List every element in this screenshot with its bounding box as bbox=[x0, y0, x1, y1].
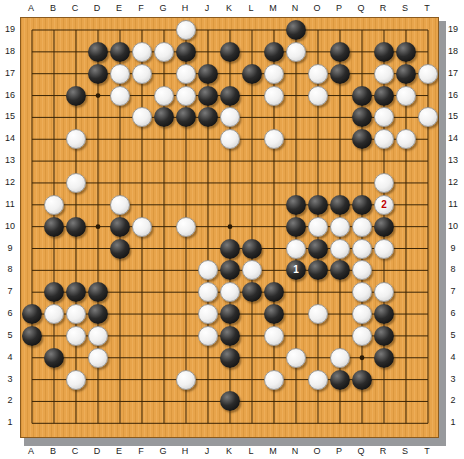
col-label-bottom-R: R bbox=[380, 447, 387, 456]
move-number-1: 1 bbox=[293, 265, 299, 275]
black-stone-S17[interactable] bbox=[396, 64, 416, 84]
white-stone-R17[interactable] bbox=[374, 64, 394, 84]
black-stone-K18[interactable] bbox=[220, 42, 240, 62]
row-label-right-1: 1 bbox=[450, 418, 455, 427]
white-stone-N18[interactable] bbox=[286, 42, 306, 62]
row-label-left-1: 1 bbox=[7, 418, 12, 427]
row-label-left-5: 5 bbox=[7, 330, 12, 339]
col-label-top-Q: Q bbox=[357, 4, 364, 13]
row-label-left-6: 6 bbox=[7, 309, 12, 318]
col-label-top-N: N bbox=[292, 4, 299, 13]
white-stone-E16[interactable] bbox=[110, 86, 130, 106]
col-label-bottom-H: H bbox=[182, 447, 189, 456]
col-label-bottom-J: J bbox=[205, 447, 210, 456]
black-stone-K4[interactable] bbox=[220, 348, 240, 368]
white-stone-F18[interactable] bbox=[132, 42, 152, 62]
black-stone-K16[interactable] bbox=[220, 86, 240, 106]
col-label-top-C: C bbox=[72, 4, 79, 13]
col-label-bottom-Q: Q bbox=[357, 447, 364, 456]
black-stone-L9[interactable] bbox=[242, 239, 262, 259]
black-stone-H18[interactable] bbox=[176, 42, 196, 62]
star-point-D16 bbox=[96, 93, 101, 98]
black-stone-N10[interactable] bbox=[286, 217, 306, 237]
row-label-left-2: 2 bbox=[7, 396, 12, 405]
col-label-top-S: S bbox=[402, 4, 408, 13]
black-stone-O11[interactable] bbox=[308, 195, 328, 215]
col-label-top-G: G bbox=[159, 4, 166, 13]
col-label-top-E: E bbox=[116, 4, 122, 13]
black-stone-D18[interactable] bbox=[88, 42, 108, 62]
row-label-left-13: 13 bbox=[5, 156, 15, 165]
black-stone-R10[interactable] bbox=[374, 217, 394, 237]
white-stone-C3[interactable] bbox=[66, 370, 86, 390]
black-stone-D17[interactable] bbox=[88, 64, 108, 84]
row-label-right-12: 12 bbox=[448, 177, 458, 186]
col-label-bottom-M: M bbox=[269, 447, 277, 456]
white-stone-P9[interactable] bbox=[330, 239, 350, 259]
row-label-left-12: 12 bbox=[5, 177, 15, 186]
star-point-K10 bbox=[228, 224, 233, 229]
black-stone-P3[interactable] bbox=[330, 370, 350, 390]
white-stone-O6[interactable] bbox=[308, 304, 328, 324]
col-label-bottom-P: P bbox=[336, 447, 342, 456]
black-stone-E9[interactable] bbox=[110, 239, 130, 259]
row-label-left-16: 16 bbox=[5, 90, 15, 99]
col-label-top-T: T bbox=[424, 4, 430, 13]
col-label-bottom-E: E bbox=[116, 447, 122, 456]
white-stone-B6[interactable] bbox=[44, 304, 64, 324]
white-stone-O17[interactable] bbox=[308, 64, 328, 84]
star-point-Q4 bbox=[360, 355, 365, 360]
black-stone-S18[interactable] bbox=[396, 42, 416, 62]
row-label-left-11: 11 bbox=[5, 199, 14, 208]
white-stone-M3[interactable] bbox=[264, 370, 284, 390]
black-stone-C10[interactable] bbox=[66, 217, 86, 237]
col-label-bottom-B: B bbox=[50, 447, 56, 456]
col-label-bottom-T: T bbox=[424, 447, 430, 456]
go-board[interactable]: 21 bbox=[20, 17, 439, 438]
row-label-left-14: 14 bbox=[5, 134, 15, 143]
row-label-right-7: 7 bbox=[450, 287, 455, 296]
white-stone-H3[interactable] bbox=[176, 370, 196, 390]
white-stone-C5[interactable] bbox=[66, 326, 86, 346]
white-stone-R12[interactable] bbox=[374, 173, 394, 193]
black-stone-R18[interactable] bbox=[374, 42, 394, 62]
black-stone-E10[interactable] bbox=[110, 217, 130, 237]
row-label-right-14: 14 bbox=[448, 134, 458, 143]
row-label-right-11: 11 bbox=[448, 199, 457, 208]
board-shadow-right bbox=[439, 21, 446, 446]
col-label-top-K: K bbox=[226, 4, 232, 13]
white-stone-D4[interactable] bbox=[88, 348, 108, 368]
white-stone-N9[interactable] bbox=[286, 239, 306, 259]
col-label-bottom-S: S bbox=[402, 447, 408, 456]
white-stone-H17[interactable] bbox=[176, 64, 196, 84]
row-label-right-8: 8 bbox=[450, 265, 455, 274]
white-stone-Q5[interactable] bbox=[352, 326, 372, 346]
black-stone-M6[interactable] bbox=[264, 304, 284, 324]
move-number-2: 2 bbox=[381, 200, 387, 210]
row-label-right-9: 9 bbox=[450, 243, 455, 252]
white-stone-C12[interactable] bbox=[66, 173, 86, 193]
white-stone-Q6[interactable] bbox=[352, 304, 372, 324]
row-label-left-9: 9 bbox=[7, 243, 12, 252]
col-label-top-M: M bbox=[269, 4, 277, 13]
col-label-top-A: A bbox=[28, 4, 34, 13]
white-stone-P4[interactable] bbox=[330, 348, 350, 368]
black-stone-P17[interactable] bbox=[330, 64, 350, 84]
white-stone-H10[interactable] bbox=[176, 217, 196, 237]
white-stone-P10[interactable] bbox=[330, 217, 350, 237]
row-label-right-13: 13 bbox=[448, 156, 458, 165]
white-stone-Q10[interactable] bbox=[352, 217, 372, 237]
black-stone-P18[interactable] bbox=[330, 42, 350, 62]
black-stone-R4[interactable] bbox=[374, 348, 394, 368]
row-label-right-18: 18 bbox=[448, 46, 458, 55]
col-label-bottom-L: L bbox=[248, 447, 253, 456]
white-stone-S16[interactable] bbox=[396, 86, 416, 106]
black-stone-R16[interactable] bbox=[374, 86, 394, 106]
white-stone-D5[interactable] bbox=[88, 326, 108, 346]
white-stone-H16[interactable] bbox=[176, 86, 196, 106]
col-label-top-O: O bbox=[313, 4, 320, 13]
black-stone-D6[interactable] bbox=[88, 304, 108, 324]
col-label-bottom-F: F bbox=[138, 447, 144, 456]
white-stone-C6[interactable] bbox=[66, 304, 86, 324]
black-stone-M18[interactable] bbox=[264, 42, 284, 62]
black-stone-L17[interactable] bbox=[242, 64, 262, 84]
white-stone-M17[interactable] bbox=[264, 64, 284, 84]
white-stone-M16[interactable] bbox=[264, 86, 284, 106]
row-label-left-15: 15 bbox=[5, 112, 15, 121]
white-stone-H19[interactable] bbox=[176, 20, 196, 40]
black-stone-J17[interactable] bbox=[198, 64, 218, 84]
star-point-D10 bbox=[96, 224, 101, 229]
black-stone-N19[interactable] bbox=[286, 20, 306, 40]
white-stone-Q9[interactable] bbox=[352, 239, 372, 259]
col-label-bottom-A: A bbox=[28, 447, 34, 456]
col-label-top-J: J bbox=[205, 4, 210, 13]
white-stone-R9[interactable] bbox=[374, 239, 394, 259]
row-label-right-5: 5 bbox=[450, 330, 455, 339]
white-stone-R11[interactable]: 2 bbox=[374, 195, 394, 215]
black-stone-R6[interactable] bbox=[374, 304, 394, 324]
col-label-top-F: F bbox=[138, 4, 144, 13]
white-stone-J6[interactable] bbox=[198, 304, 218, 324]
col-label-bottom-G: G bbox=[159, 447, 166, 456]
white-stone-N4[interactable] bbox=[286, 348, 306, 368]
black-stone-J16[interactable] bbox=[198, 86, 218, 106]
col-label-bottom-C: C bbox=[72, 447, 79, 456]
black-stone-B4[interactable] bbox=[44, 348, 64, 368]
col-label-top-H: H bbox=[182, 4, 189, 13]
black-stone-E18[interactable] bbox=[110, 42, 130, 62]
white-stone-E11[interactable] bbox=[110, 195, 130, 215]
black-stone-P11[interactable] bbox=[330, 195, 350, 215]
black-stone-Q3[interactable] bbox=[352, 370, 372, 390]
row-label-left-8: 8 bbox=[7, 265, 12, 274]
white-stone-J5[interactable] bbox=[198, 326, 218, 346]
white-stone-O3[interactable] bbox=[308, 370, 328, 390]
black-stone-K6[interactable] bbox=[220, 304, 240, 324]
col-label-top-D: D bbox=[94, 4, 101, 13]
white-stone-O16[interactable] bbox=[308, 86, 328, 106]
col-label-top-B: B bbox=[50, 4, 56, 13]
row-label-left-17: 17 bbox=[5, 68, 15, 77]
row-label-left-19: 19 bbox=[5, 25, 15, 34]
black-stone-N11[interactable] bbox=[286, 195, 306, 215]
black-stone-A6[interactable] bbox=[22, 304, 42, 324]
row-label-left-10: 10 bbox=[5, 221, 15, 230]
black-stone-R5[interactable] bbox=[374, 326, 394, 346]
white-stone-T17[interactable] bbox=[418, 64, 438, 84]
col-label-bottom-O: O bbox=[313, 447, 320, 456]
row-label-right-3: 3 bbox=[450, 374, 455, 383]
black-stone-A5[interactable] bbox=[22, 326, 42, 346]
col-label-top-L: L bbox=[248, 4, 253, 13]
black-stone-C16[interactable] bbox=[66, 86, 86, 106]
row-label-right-15: 15 bbox=[448, 112, 458, 121]
black-stone-Q16[interactable] bbox=[352, 86, 372, 106]
col-label-bottom-N: N bbox=[292, 447, 299, 456]
white-stone-M5[interactable] bbox=[264, 326, 284, 346]
white-stone-O10[interactable] bbox=[308, 217, 328, 237]
row-label-right-4: 4 bbox=[450, 352, 455, 361]
black-stone-K5[interactable] bbox=[220, 326, 240, 346]
white-stone-G18[interactable] bbox=[154, 42, 174, 62]
col-label-top-P: P bbox=[336, 4, 342, 13]
row-label-right-10: 10 bbox=[448, 221, 458, 230]
black-stone-Q11[interactable] bbox=[352, 195, 372, 215]
black-stone-K9[interactable] bbox=[220, 239, 240, 259]
white-stone-G16[interactable] bbox=[154, 86, 174, 106]
row-label-right-17: 17 bbox=[448, 68, 458, 77]
row-label-left-4: 4 bbox=[7, 352, 12, 361]
white-stone-F10[interactable] bbox=[132, 217, 152, 237]
col-label-bottom-D: D bbox=[94, 447, 101, 456]
row-label-left-3: 3 bbox=[7, 374, 12, 383]
row-label-left-7: 7 bbox=[7, 287, 12, 296]
row-label-right-6: 6 bbox=[450, 309, 455, 318]
row-label-right-16: 16 bbox=[448, 90, 458, 99]
col-label-bottom-K: K bbox=[226, 447, 232, 456]
row-label-right-2: 2 bbox=[450, 396, 455, 405]
row-label-right-19: 19 bbox=[448, 25, 458, 34]
go-diagram-screen: 21 AABBCCDDEEFFGGHHJJKKLLMMNNOOPPQQRRSST… bbox=[0, 0, 464, 459]
white-stone-F17[interactable] bbox=[132, 64, 152, 84]
col-label-top-R: R bbox=[380, 4, 387, 13]
white-stone-E17[interactable] bbox=[110, 64, 130, 84]
black-stone-B10[interactable] bbox=[44, 217, 64, 237]
black-stone-O9[interactable] bbox=[308, 239, 328, 259]
row-label-left-18: 18 bbox=[5, 46, 15, 55]
white-stone-B11[interactable] bbox=[44, 195, 64, 215]
